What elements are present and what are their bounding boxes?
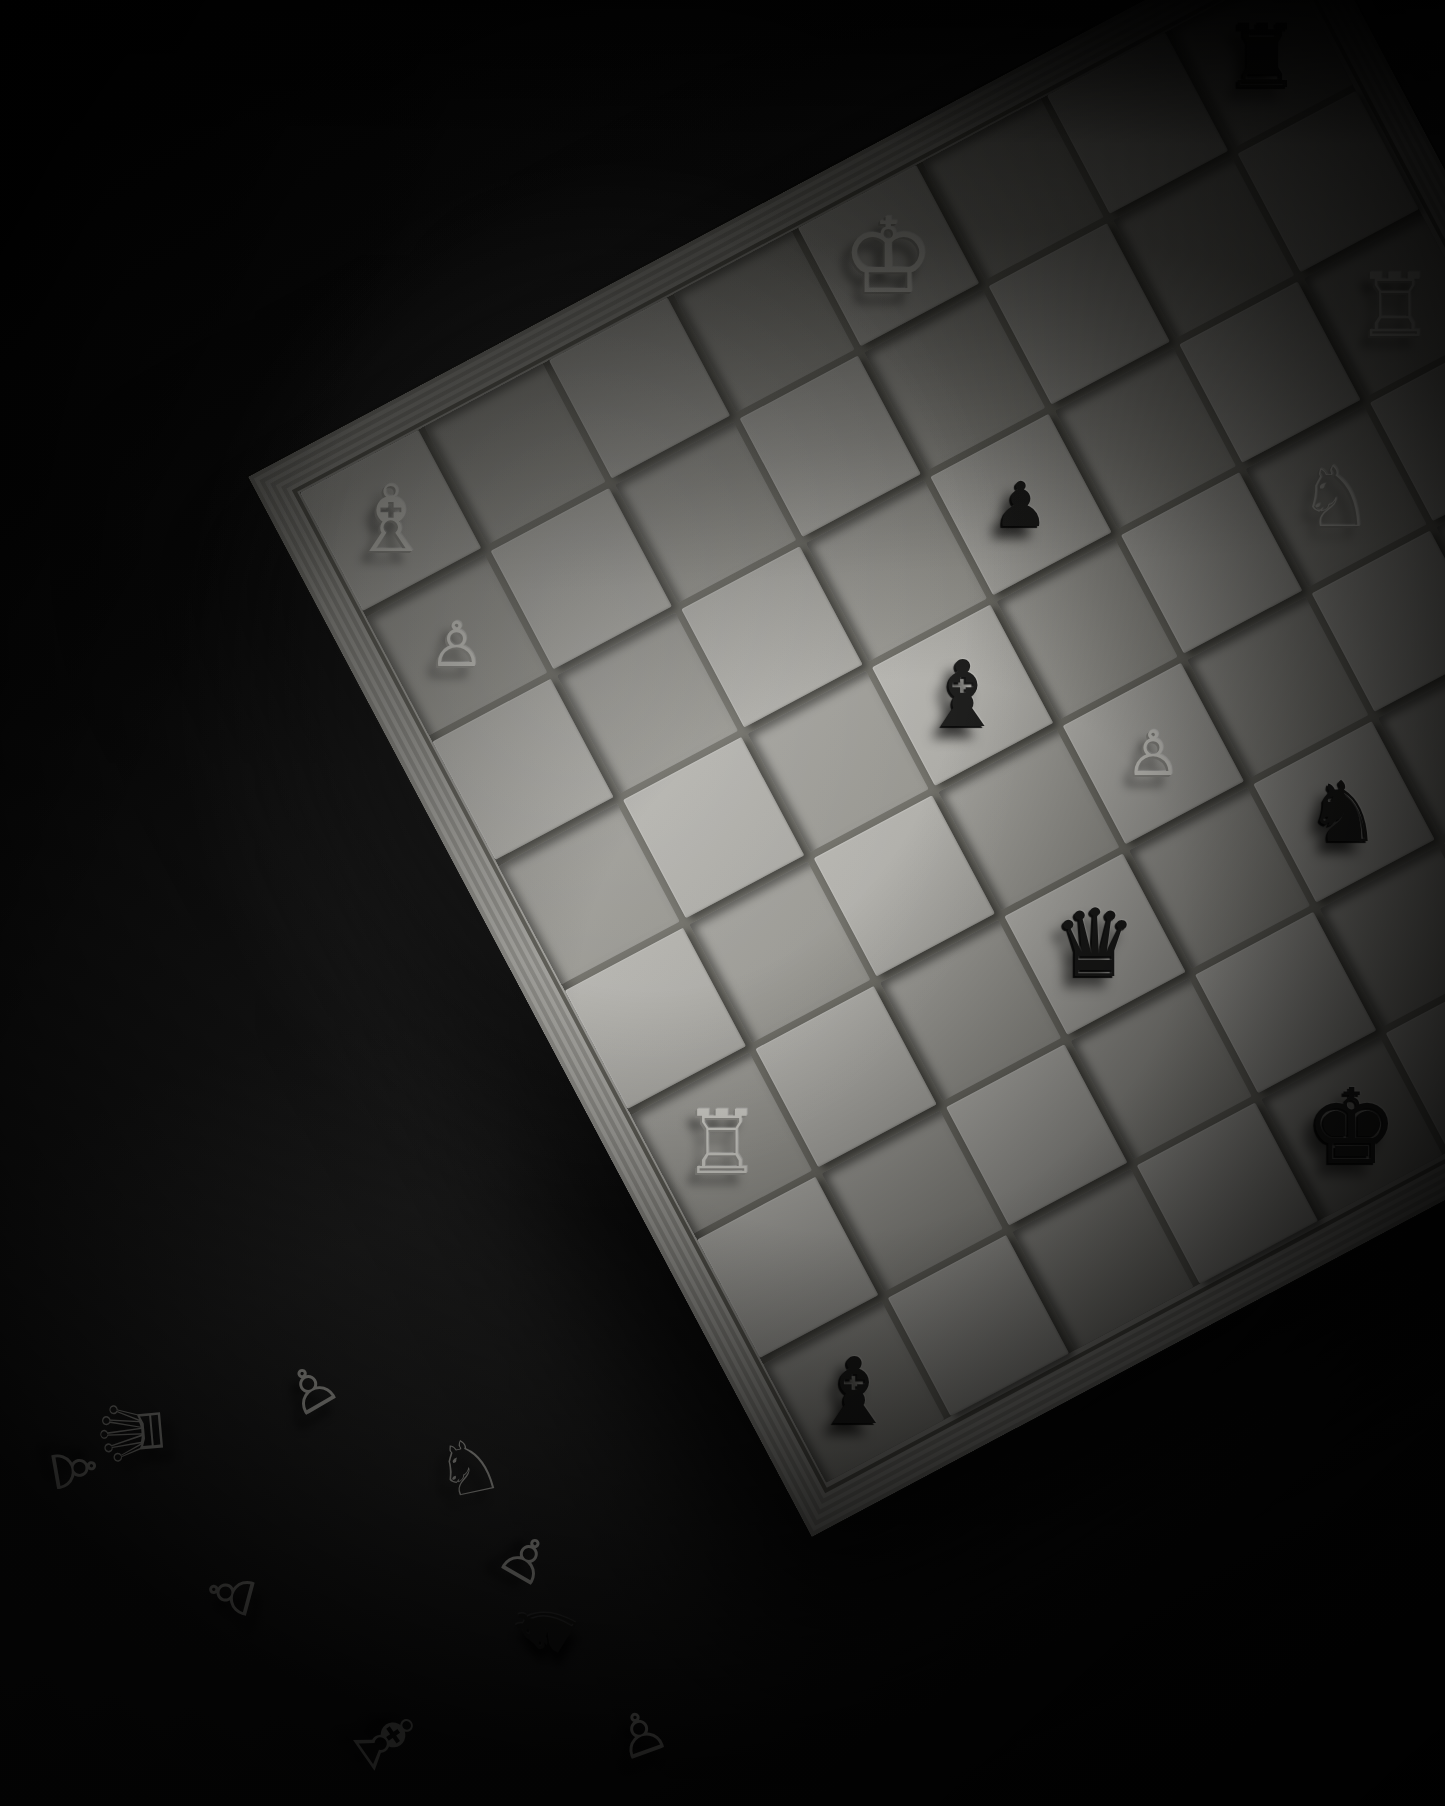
captured-white-pawn[interactable]: ♙: [607, 1698, 676, 1770]
captured-white-pawn[interactable]: ♙: [489, 1521, 563, 1597]
captured-pieces-pile: ♕♙♘♙♞♙♗♙♙: [0, 0, 1445, 1806]
captured-white-pawn[interactable]: ♙: [274, 1351, 348, 1427]
captured-white-bishop[interactable]: ♗: [333, 1688, 440, 1793]
captured-white-pawn[interactable]: ♙: [196, 1561, 265, 1626]
captured-white-knight[interactable]: ♘: [428, 1424, 508, 1510]
captured-white-pawn[interactable]: ♙: [41, 1438, 107, 1499]
scene: ♗♔♜♙♟♖♝♘♙♖♛♞♝♚ ♕♙♘♙♞♙♗♙♙: [0, 0, 1445, 1806]
captured-black-knight[interactable]: ♞: [494, 1579, 592, 1674]
